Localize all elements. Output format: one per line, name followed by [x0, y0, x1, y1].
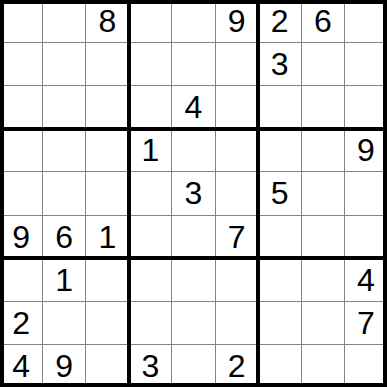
given-digit: 9	[12, 221, 30, 253]
cell-r3c5[interactable]: 4	[172, 86, 214, 128]
cell-r9c1[interactable]: 4	[0, 345, 42, 387]
cell-r6c9[interactable]	[345, 216, 387, 258]
cell-r8c5[interactable]	[172, 302, 214, 344]
cell-r4c9[interactable]: 9	[345, 129, 387, 171]
given-digit: 2	[228, 350, 246, 382]
sudoku-board: 8926341935961714274932	[0, 0, 387, 387]
given-digit: 4	[185, 91, 203, 123]
cell-r7c4[interactable]	[129, 259, 171, 301]
cell-r8c1[interactable]: 2	[0, 302, 42, 344]
cell-r6c6[interactable]: 7	[216, 216, 258, 258]
cell-r5c9[interactable]	[345, 172, 387, 214]
given-digit: 4	[357, 264, 375, 296]
cell-r2c7[interactable]: 3	[259, 43, 301, 85]
given-digit: 9	[228, 5, 246, 37]
given-digit: 3	[271, 48, 289, 80]
cell-r6c8[interactable]	[302, 216, 344, 258]
cell-r7c7[interactable]	[259, 259, 301, 301]
given-digit: 8	[98, 5, 116, 37]
cell-r7c8[interactable]	[302, 259, 344, 301]
cell-r5c1[interactable]	[0, 172, 42, 214]
cell-r7c9[interactable]: 4	[345, 259, 387, 301]
cell-r2c2[interactable]	[43, 43, 85, 85]
cell-r4c4[interactable]: 1	[129, 129, 171, 171]
cell-r2c1[interactable]	[0, 43, 42, 85]
given-digit: 7	[357, 307, 375, 339]
cell-r3c4[interactable]	[129, 86, 171, 128]
cell-r8c8[interactable]	[302, 302, 344, 344]
cell-r6c2[interactable]: 6	[43, 216, 85, 258]
given-digit: 1	[98, 221, 116, 253]
cell-r4c5[interactable]	[172, 129, 214, 171]
given-digit: 1	[55, 264, 73, 296]
cell-r1c4[interactable]	[129, 0, 171, 42]
given-digit: 5	[271, 177, 289, 209]
cell-r9c2[interactable]: 9	[43, 345, 85, 387]
cell-r5c5[interactable]: 3	[172, 172, 214, 214]
cell-r8c4[interactable]	[129, 302, 171, 344]
given-digit: 3	[141, 350, 159, 382]
given-digit: 6	[314, 5, 332, 37]
cell-r7c3[interactable]	[86, 259, 128, 301]
cell-r2c8[interactable]	[302, 43, 344, 85]
cell-r9c8[interactable]	[302, 345, 344, 387]
cell-r3c6[interactable]	[216, 86, 258, 128]
cell-r1c9[interactable]	[345, 0, 387, 42]
cell-r6c4[interactable]	[129, 216, 171, 258]
cell-r7c5[interactable]	[172, 259, 214, 301]
cell-r2c3[interactable]	[86, 43, 128, 85]
cell-r4c6[interactable]	[216, 129, 258, 171]
cell-r7c2[interactable]: 1	[43, 259, 85, 301]
cell-r1c3[interactable]: 8	[86, 0, 128, 42]
given-digit: 3	[185, 177, 203, 209]
given-digit: 6	[55, 221, 73, 253]
cell-r2c6[interactable]	[216, 43, 258, 85]
cell-r8c6[interactable]	[216, 302, 258, 344]
given-digit: 2	[12, 307, 30, 339]
cell-r7c1[interactable]	[0, 259, 42, 301]
cell-r8c3[interactable]	[86, 302, 128, 344]
given-digit: 2	[271, 5, 289, 37]
cell-r6c3[interactable]: 1	[86, 216, 128, 258]
cell-r3c9[interactable]	[345, 86, 387, 128]
cell-r8c7[interactable]	[259, 302, 301, 344]
cell-r3c1[interactable]	[0, 86, 42, 128]
cell-r8c9[interactable]: 7	[345, 302, 387, 344]
cell-r1c5[interactable]	[172, 0, 214, 42]
cell-r4c2[interactable]	[43, 129, 85, 171]
cell-r8c2[interactable]	[43, 302, 85, 344]
sudoku-grid: 8926341935961714274932	[0, 0, 387, 387]
given-digit: 7	[228, 221, 246, 253]
cell-r4c7[interactable]	[259, 129, 301, 171]
cell-r1c2[interactable]	[43, 0, 85, 42]
cell-r1c6[interactable]: 9	[216, 0, 258, 42]
cell-r1c1[interactable]	[0, 0, 42, 42]
cell-r1c7[interactable]: 2	[259, 0, 301, 42]
cell-r7c6[interactable]	[216, 259, 258, 301]
cell-r1c8[interactable]: 6	[302, 0, 344, 42]
cell-r9c5[interactable]	[172, 345, 214, 387]
cell-r3c2[interactable]	[43, 86, 85, 128]
cell-r4c3[interactable]	[86, 129, 128, 171]
cell-r6c1[interactable]: 9	[0, 216, 42, 258]
given-digit: 9	[55, 350, 73, 382]
cell-r2c5[interactable]	[172, 43, 214, 85]
cell-r9c7[interactable]	[259, 345, 301, 387]
cell-r3c3[interactable]	[86, 86, 128, 128]
cell-r2c4[interactable]	[129, 43, 171, 85]
cell-r5c8[interactable]	[302, 172, 344, 214]
given-digit: 9	[357, 134, 375, 166]
cell-r4c1[interactable]	[0, 129, 42, 171]
cell-r9c4[interactable]: 3	[129, 345, 171, 387]
cell-r5c3[interactable]	[86, 172, 128, 214]
cell-r6c7[interactable]	[259, 216, 301, 258]
cell-r2c9[interactable]	[345, 43, 387, 85]
cell-r5c2[interactable]	[43, 172, 85, 214]
cell-r3c8[interactable]	[302, 86, 344, 128]
cell-r6c5[interactable]	[172, 216, 214, 258]
cell-r5c6[interactable]	[216, 172, 258, 214]
given-digit: 4	[12, 350, 30, 382]
cell-r9c9[interactable]	[345, 345, 387, 387]
cell-r9c3[interactable]	[86, 345, 128, 387]
cell-r4c8[interactable]	[302, 129, 344, 171]
cell-r3c7[interactable]	[259, 86, 301, 128]
given-digit: 1	[141, 134, 159, 166]
cell-r5c7[interactable]: 5	[259, 172, 301, 214]
cell-r9c6[interactable]: 2	[216, 345, 258, 387]
cell-r5c4[interactable]	[129, 172, 171, 214]
